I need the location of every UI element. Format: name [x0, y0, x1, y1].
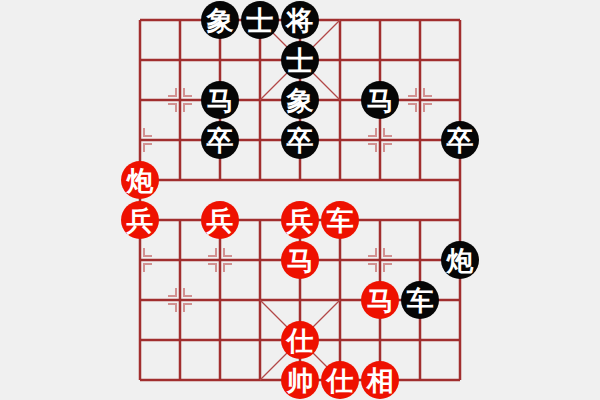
piece-black-advisor[interactable]: 士 [281, 41, 319, 79]
board-point-c7-r2[interactable] [400, 80, 440, 120]
piece-red-horse[interactable]: 马 [281, 241, 319, 279]
board-point-c5-r7[interactable] [320, 280, 360, 320]
board-point-c1-r4[interactable] [160, 160, 200, 200]
board-point-c8-r7[interactable] [440, 280, 480, 320]
board-point-c6-r8[interactable] [360, 320, 400, 360]
board-point-c0-r8[interactable] [120, 320, 160, 360]
board-point-c6-r4[interactable] [360, 160, 400, 200]
board-point-c2-r1[interactable] [200, 40, 240, 80]
xiangqi-app: 象士将士马象马卒卒卒炮兵兵兵车马炮马车仕帅仕相 [0, 0, 600, 400]
board-point-c8-r4[interactable] [440, 160, 480, 200]
board-point-c6-r5[interactable] [360, 200, 400, 240]
board-point-c4-r2[interactable]: 象 [280, 80, 320, 120]
board-point-c8-r1[interactable] [440, 40, 480, 80]
board-point-c1-r7[interactable] [160, 280, 200, 320]
piece-red-advisor[interactable]: 仕 [281, 321, 319, 359]
piece-black-elephant[interactable]: 象 [201, 1, 239, 39]
board-point-c8-r8[interactable] [440, 320, 480, 360]
board-point-c2-r2[interactable]: 马 [200, 80, 240, 120]
board-point-c4-r4[interactable] [280, 160, 320, 200]
board-point-c1-r8[interactable] [160, 320, 200, 360]
board-point-c7-r3[interactable] [400, 120, 440, 160]
board-point-c1-r6[interactable] [160, 240, 200, 280]
piece-red-advisor[interactable]: 仕 [321, 361, 359, 399]
board-point-c3-r3[interactable] [240, 120, 280, 160]
board-point-c8-r6[interactable]: 炮 [440, 240, 480, 280]
board-point-c3-r2[interactable] [240, 80, 280, 120]
board-point-c2-r5[interactable]: 兵 [200, 200, 240, 240]
board-point-c7-r7[interactable]: 车 [400, 280, 440, 320]
board-point-c1-r9[interactable] [160, 360, 200, 400]
piece-black-soldier[interactable]: 卒 [281, 121, 319, 159]
board-point-c3-r9[interactable] [240, 360, 280, 400]
board-point-c1-r5[interactable] [160, 200, 200, 240]
piece-black-chariot[interactable]: 车 [401, 281, 439, 319]
piece-red-soldier[interactable]: 兵 [201, 201, 239, 239]
board-point-c4-r9[interactable]: 帅 [280, 360, 320, 400]
board-point-c8-r5[interactable] [440, 200, 480, 240]
board-point-c1-r0[interactable] [160, 0, 200, 40]
board-point-c4-r6[interactable]: 马 [280, 240, 320, 280]
board-point-c7-r4[interactable] [400, 160, 440, 200]
board-point-c5-r3[interactable] [320, 120, 360, 160]
board-point-c4-r1[interactable]: 士 [280, 40, 320, 80]
piece-black-soldier[interactable]: 卒 [441, 121, 479, 159]
board-point-c2-r3[interactable]: 卒 [200, 120, 240, 160]
piece-red-horse[interactable]: 马 [361, 281, 399, 319]
board-point-c3-r1[interactable] [240, 40, 280, 80]
board-point-c3-r7[interactable] [240, 280, 280, 320]
board-point-c3-r6[interactable] [240, 240, 280, 280]
board-point-c8-r0[interactable] [440, 0, 480, 40]
board-point-c5-r6[interactable] [320, 240, 360, 280]
piece-red-soldier[interactable]: 兵 [281, 201, 319, 239]
board-point-c6-r9[interactable]: 相 [360, 360, 400, 400]
piece-black-cannon[interactable]: 炮 [441, 241, 479, 279]
board-point-c6-r3[interactable] [360, 120, 400, 160]
board-point-c1-r2[interactable] [160, 80, 200, 120]
board-point-c2-r8[interactable] [200, 320, 240, 360]
xiangqi-board: 象士将士马象马卒卒卒炮兵兵兵车马炮马车仕帅仕相 [120, 0, 480, 400]
board-point-c7-r0[interactable] [400, 0, 440, 40]
board-point-c5-r2[interactable] [320, 80, 360, 120]
board-point-c7-r1[interactable] [400, 40, 440, 80]
board-point-c0-r2[interactable] [120, 80, 160, 120]
board-point-c8-r3[interactable]: 卒 [440, 120, 480, 160]
board-point-c0-r4[interactable]: 炮 [120, 160, 160, 200]
board-point-c7-r9[interactable] [400, 360, 440, 400]
board-point-c5-r0[interactable] [320, 0, 360, 40]
board-point-c0-r5[interactable]: 兵 [120, 200, 160, 240]
board-point-c0-r0[interactable] [120, 0, 160, 40]
board-point-c8-r2[interactable] [440, 80, 480, 120]
piece-red-soldier[interactable]: 兵 [121, 201, 159, 239]
board-point-c6-r7[interactable]: 马 [360, 280, 400, 320]
board-point-c1-r3[interactable] [160, 120, 200, 160]
piece-black-horse[interactable]: 马 [201, 81, 239, 119]
board-point-c4-r8[interactable]: 仕 [280, 320, 320, 360]
piece-black-advisor[interactable]: 士 [241, 1, 279, 39]
board-point-c4-r5[interactable]: 兵 [280, 200, 320, 240]
board-point-c3-r0[interactable]: 士 [240, 0, 280, 40]
board-point-c8-r9[interactable] [440, 360, 480, 400]
board-point-c4-r3[interactable]: 卒 [280, 120, 320, 160]
board-point-c2-r6[interactable] [200, 240, 240, 280]
board-point-c4-r7[interactable] [280, 280, 320, 320]
board-point-c2-r4[interactable] [200, 160, 240, 200]
board-point-c6-r0[interactable] [360, 0, 400, 40]
board-point-c5-r9[interactable]: 仕 [320, 360, 360, 400]
board-point-c0-r3[interactable] [120, 120, 160, 160]
board-point-c2-r9[interactable] [200, 360, 240, 400]
board-point-c0-r1[interactable] [120, 40, 160, 80]
board-point-c3-r5[interactable] [240, 200, 280, 240]
board-point-c5-r1[interactable] [320, 40, 360, 80]
piece-black-elephant[interactable]: 象 [281, 81, 319, 119]
board-point-c7-r8[interactable] [400, 320, 440, 360]
board-point-c6-r2[interactable]: 马 [360, 80, 400, 120]
board-point-c5-r4[interactable] [320, 160, 360, 200]
board-point-c0-r6[interactable] [120, 240, 160, 280]
piece-red-elephant[interactable]: 相 [361, 361, 399, 399]
board-point-c3-r8[interactable] [240, 320, 280, 360]
board-point-c1-r1[interactable] [160, 40, 200, 80]
piece-red-chariot[interactable]: 车 [321, 201, 359, 239]
board-point-c2-r7[interactable] [200, 280, 240, 320]
piece-black-general[interactable]: 将 [281, 1, 319, 39]
board-point-c5-r5[interactable]: 车 [320, 200, 360, 240]
board-point-c4-r0[interactable]: 将 [280, 0, 320, 40]
board-point-c6-r6[interactable] [360, 240, 400, 280]
piece-red-cannon[interactable]: 炮 [121, 161, 159, 199]
board-point-c0-r7[interactable] [120, 280, 160, 320]
board-point-c5-r8[interactable] [320, 320, 360, 360]
board-point-c7-r6[interactable] [400, 240, 440, 280]
board-point-c0-r9[interactable] [120, 360, 160, 400]
board-point-c7-r5[interactable] [400, 200, 440, 240]
piece-black-horse[interactable]: 马 [361, 81, 399, 119]
piece-black-soldier[interactable]: 卒 [201, 121, 239, 159]
board-point-c6-r1[interactable] [360, 40, 400, 80]
piece-red-general[interactable]: 帅 [281, 361, 319, 399]
board-point-c2-r0[interactable]: 象 [200, 0, 240, 40]
board-point-c3-r4[interactable] [240, 160, 280, 200]
